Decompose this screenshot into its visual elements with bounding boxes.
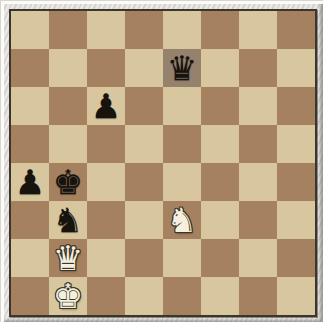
board-edge: ♛♟♟♚♞♞♛♚ [9, 9, 317, 317]
square-b7[interactable] [49, 49, 87, 87]
square-c5[interactable] [87, 125, 125, 163]
square-h8[interactable] [277, 11, 315, 49]
square-g3[interactable] [239, 201, 277, 239]
square-e8[interactable] [163, 11, 201, 49]
square-c8[interactable] [87, 11, 125, 49]
square-g2[interactable] [239, 239, 277, 277]
square-c7[interactable] [87, 49, 125, 87]
square-h4[interactable] [277, 163, 315, 201]
square-f7[interactable] [201, 49, 239, 87]
square-h6[interactable] [277, 87, 315, 125]
square-e3[interactable]: ♞ [163, 201, 201, 239]
square-e6[interactable] [163, 87, 201, 125]
square-f6[interactable] [201, 87, 239, 125]
square-g4[interactable] [239, 163, 277, 201]
square-a4[interactable]: ♟ [11, 163, 49, 201]
square-b6[interactable] [49, 87, 87, 125]
square-b8[interactable] [49, 11, 87, 49]
square-c4[interactable] [87, 163, 125, 201]
square-g6[interactable] [239, 87, 277, 125]
square-b3[interactable]: ♞ [49, 201, 87, 239]
square-c1[interactable] [87, 277, 125, 315]
piece-black-knight-b3[interactable]: ♞ [53, 201, 83, 239]
square-h5[interactable] [277, 125, 315, 163]
square-e4[interactable] [163, 163, 201, 201]
square-d7[interactable] [125, 49, 163, 87]
square-f4[interactable] [201, 163, 239, 201]
square-f8[interactable] [201, 11, 239, 49]
square-g1[interactable] [239, 277, 277, 315]
square-a3[interactable] [11, 201, 49, 239]
piece-black-king-b4[interactable]: ♚ [53, 163, 83, 201]
square-g8[interactable] [239, 11, 277, 49]
square-d3[interactable] [125, 201, 163, 239]
square-a2[interactable] [11, 239, 49, 277]
square-a7[interactable] [11, 49, 49, 87]
square-e7[interactable]: ♛ [163, 49, 201, 87]
piece-black-queen-e7[interactable]: ♛ [167, 49, 197, 87]
square-d6[interactable] [125, 87, 163, 125]
piece-white-queen-b2[interactable]: ♛ [53, 239, 83, 277]
board-marble-frame: ♛♟♟♚♞♞♛♚ [3, 3, 323, 322]
piece-black-pawn-a4[interactable]: ♟ [15, 163, 45, 201]
square-a5[interactable] [11, 125, 49, 163]
square-e1[interactable] [163, 277, 201, 315]
square-a1[interactable] [11, 277, 49, 315]
square-b4[interactable]: ♚ [49, 163, 87, 201]
square-g7[interactable] [239, 49, 277, 87]
square-e5[interactable] [163, 125, 201, 163]
square-d8[interactable] [125, 11, 163, 49]
square-b2[interactable]: ♛ [49, 239, 87, 277]
square-f1[interactable] [201, 277, 239, 315]
square-h1[interactable] [277, 277, 315, 315]
square-b5[interactable] [49, 125, 87, 163]
piece-black-pawn-c6[interactable]: ♟ [91, 87, 121, 125]
square-e2[interactable] [163, 239, 201, 277]
square-d2[interactable] [125, 239, 163, 277]
square-c2[interactable] [87, 239, 125, 277]
square-a6[interactable] [11, 87, 49, 125]
square-d1[interactable] [125, 277, 163, 315]
square-a8[interactable] [11, 11, 49, 49]
square-d5[interactable] [125, 125, 163, 163]
square-h7[interactable] [277, 49, 315, 87]
square-d4[interactable] [125, 163, 163, 201]
piece-white-knight-e3[interactable]: ♞ [167, 201, 197, 239]
square-h2[interactable] [277, 239, 315, 277]
square-h3[interactable] [277, 201, 315, 239]
square-f5[interactable] [201, 125, 239, 163]
piece-white-king-b1[interactable]: ♚ [53, 277, 83, 315]
square-f2[interactable] [201, 239, 239, 277]
square-f3[interactable] [201, 201, 239, 239]
chess-board: ♛♟♟♚♞♞♛♚ [11, 11, 315, 315]
square-b1[interactable]: ♚ [49, 277, 87, 315]
board-outer-frame: ♛♟♟♚♞♞♛♚ [0, 0, 323, 322]
square-g5[interactable] [239, 125, 277, 163]
square-c6[interactable]: ♟ [87, 87, 125, 125]
square-c3[interactable] [87, 201, 125, 239]
